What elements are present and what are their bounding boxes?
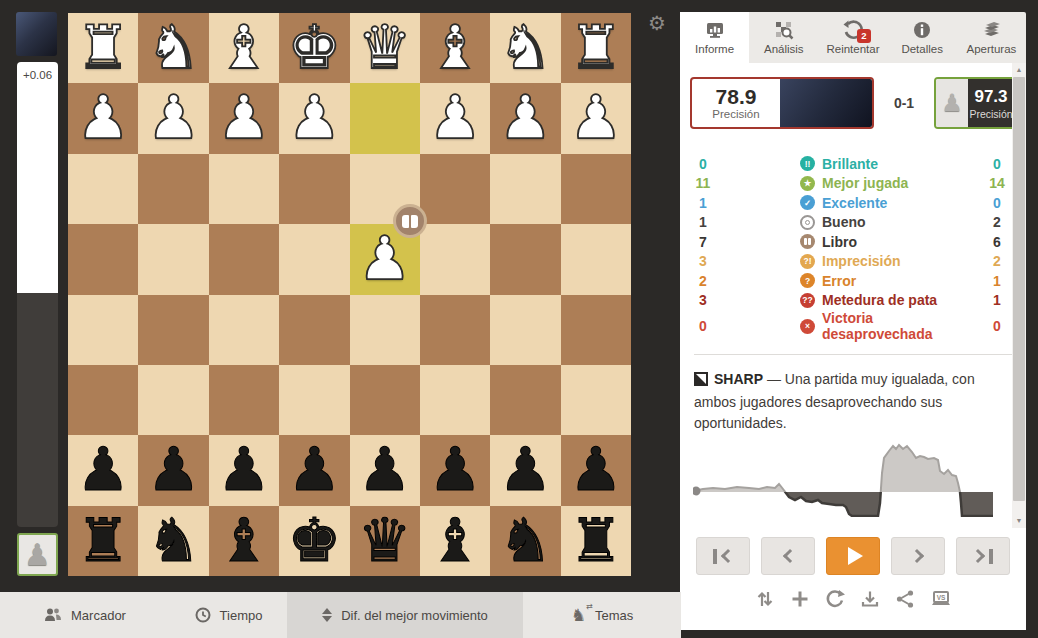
classification-icon: ✓ — [800, 195, 815, 210]
scoreboard-people-icon — [44, 608, 62, 622]
board-square[interactable] — [350, 295, 420, 365]
white-precision-label: Precisión — [712, 108, 759, 120]
classification-label: Libro — [822, 234, 857, 250]
classification-icon: ?? — [800, 293, 815, 308]
evaluation-value: +0.06 — [23, 69, 52, 81]
tab-label: Reintentar — [826, 43, 879, 55]
panel-scrollbar[interactable]: ▲ ▼ — [1012, 63, 1026, 528]
move-navigation — [680, 537, 1026, 575]
board-square[interactable] — [279, 365, 349, 435]
bottom-tab-label: Marcador — [71, 608, 126, 623]
white-piece[interactable]: ♟ — [561, 83, 631, 152]
next-move-button[interactable] — [891, 537, 945, 575]
bottom-tab-temas[interactable]: ♞⇄ Temas — [523, 592, 681, 638]
classification-icon — [800, 215, 815, 230]
white-count: 1 — [690, 214, 716, 230]
previous-move-button[interactable] — [761, 537, 815, 575]
board-square[interactable]: ♟ — [138, 435, 208, 505]
evaluation-bar: +0.06 — [17, 62, 58, 527]
panel-tabs: Informe Análisis 2 Reintentar Detalle — [680, 12, 1026, 63]
white-count: 1 — [690, 195, 716, 211]
action-icons: VS — [680, 589, 1026, 613]
book-icon — [402, 215, 409, 228]
go-to-end-button[interactable] — [956, 537, 1010, 575]
black-precision-value: 97.3 — [974, 86, 1007, 108]
white-player-avatar[interactable] — [16, 12, 57, 56]
board-square[interactable]: ♜ — [561, 13, 631, 83]
go-to-start-button[interactable] — [696, 537, 750, 575]
classification-label: Metedura de pata — [822, 292, 937, 308]
book-move-badge — [393, 204, 427, 238]
board-square[interactable] — [490, 224, 560, 294]
board-square[interactable] — [279, 154, 349, 224]
board-square[interactable] — [490, 154, 560, 224]
white-piece[interactable]: ♟ — [138, 83, 208, 152]
precision-row: 78.9 Precisión 0-1 ♟ 97.3 Precisión — [690, 77, 1016, 129]
black-piece[interactable]: ♟ — [490, 435, 560, 504]
board-square[interactable] — [209, 154, 279, 224]
board-square[interactable] — [420, 224, 490, 294]
board-square[interactable]: ♛ — [350, 506, 420, 576]
tab-label: Aperturas — [966, 43, 1016, 55]
board-square[interactable] — [561, 295, 631, 365]
classification-label: Mejor jugada — [822, 175, 908, 191]
board-square[interactable] — [420, 365, 490, 435]
pawn-icon: ♟ — [24, 540, 51, 570]
sharp-icon — [694, 371, 708, 392]
black-precision-label: Precisión — [969, 108, 1012, 120]
board-square[interactable]: ♝ — [209, 506, 279, 576]
white-piece[interactable]: ♝ — [209, 13, 279, 82]
move-classification-list: 0!!Brillante011★Mejor jugada141✓Excelent… — [680, 154, 1026, 342]
play-vs-computer-icon[interactable]: VS — [930, 589, 952, 613]
scroll-down-arrow[interactable]: ▼ — [1016, 514, 1023, 528]
black-count: 1 — [982, 292, 1012, 308]
white-piece[interactable]: ♞ — [138, 13, 208, 82]
download-icon[interactable] — [860, 589, 880, 613]
svg-text:VS: VS — [936, 594, 945, 601]
board-square[interactable]: ♞ — [490, 506, 560, 576]
white-piece[interactable]: ♜ — [561, 13, 631, 82]
white-precision-card: 78.9 Precisión — [690, 77, 874, 129]
black-piece[interactable]: ♜ — [561, 506, 631, 575]
black-count: 14 — [982, 175, 1012, 191]
board-square[interactable]: ♞ — [138, 13, 208, 83]
white-count: 3 — [690, 253, 716, 269]
board-square[interactable] — [209, 365, 279, 435]
classification-icon: × — [800, 319, 815, 334]
classification-row: 3??Metedura de pata1 — [680, 291, 1026, 311]
white-piece[interactable]: ♞ — [490, 13, 560, 82]
board-square[interactable]: ♛ — [350, 13, 420, 83]
current-move-marker — [693, 487, 701, 496]
classification-row: 7Libro6 — [680, 232, 1026, 252]
white-piece[interactable]: ♟ — [209, 83, 279, 152]
bottom-tab-marcador[interactable]: Marcador — [0, 592, 170, 638]
black-piece[interactable]: ♟ — [561, 435, 631, 504]
black-piece[interactable]: ♟ — [350, 435, 420, 504]
white-count: 2 — [690, 273, 716, 289]
board-square[interactable] — [420, 295, 490, 365]
black-piece[interactable]: ♞ — [490, 506, 560, 575]
black-player-pawn-icon: ♟ — [936, 79, 968, 127]
black-count: 1 — [982, 273, 1012, 289]
scrollbar-thumb[interactable] — [1013, 77, 1025, 501]
bottom-tab-bar: Marcador Tiempo Dif. del mejor movimient… — [0, 592, 681, 638]
board-square[interactable] — [138, 295, 208, 365]
white-precision-value: 78.9 — [716, 86, 757, 108]
white-piece[interactable]: ♝ — [420, 13, 490, 82]
black-player-piece-indicator: ♟ — [17, 533, 58, 576]
retry-icon: 2 — [843, 20, 863, 40]
board-square[interactable] — [350, 83, 420, 153]
clock-icon — [195, 607, 211, 623]
tab-label: Informe — [695, 43, 734, 55]
classification-row: 1Bueno2 — [680, 213, 1026, 233]
bottom-tab-dif-mejor-movimiento[interactable]: Dif. del mejor movimiento — [287, 592, 523, 638]
classification-row: 0×Victoria desaprovechada0 — [680, 310, 1026, 342]
black-piece[interactable]: ♛ — [350, 506, 420, 575]
evaluation-bar-black — [17, 293, 58, 527]
game-result: 0-1 — [874, 95, 934, 111]
board-square[interactable]: ♟ — [209, 83, 279, 153]
board-square[interactable]: ♟ — [561, 435, 631, 505]
tab-detalles[interactable]: Detalles — [888, 12, 957, 63]
black-piece[interactable]: ♟ — [279, 435, 349, 504]
board-square[interactable]: ♟ — [209, 435, 279, 505]
white-piece[interactable]: ♟ — [279, 83, 349, 152]
add-icon[interactable] — [790, 589, 810, 613]
classification-icon: ★ — [800, 176, 815, 191]
white-count: 0 — [690, 318, 716, 334]
tab-informe[interactable]: Informe — [680, 12, 749, 63]
openings-books-icon — [981, 20, 1001, 40]
board-square[interactable]: ♞ — [490, 13, 560, 83]
settings-gear-icon[interactable]: ⚙ — [648, 11, 666, 35]
black-piece[interactable]: ♜ — [68, 506, 138, 575]
classification-label: Victoria desaprovechada — [822, 310, 982, 342]
white-piece[interactable]: ♟ — [68, 83, 138, 152]
info-icon — [912, 20, 932, 40]
board-square[interactable]: ♚ — [279, 506, 349, 576]
black-count: 6 — [982, 234, 1012, 250]
board-square[interactable] — [350, 365, 420, 435]
board-square[interactable]: ♟ — [420, 83, 490, 153]
board-square[interactable] — [138, 224, 208, 294]
flip-board-icon[interactable] — [755, 589, 775, 613]
board-square[interactable] — [420, 154, 490, 224]
board-square[interactable]: ♟ — [279, 435, 349, 505]
classification-label: Error — [822, 273, 856, 289]
tab-label: Análisis — [764, 43, 804, 55]
tab-aperturas[interactable]: Aperturas — [957, 12, 1026, 63]
scroll-up-arrow[interactable]: ▲ — [1016, 63, 1023, 77]
summary-tag: SHARP — [714, 371, 763, 387]
black-count: 0 — [982, 156, 1012, 172]
report-icon — [705, 20, 725, 40]
classification-icon — [800, 234, 815, 249]
board-square[interactable] — [561, 154, 631, 224]
classification-icon: !! — [800, 156, 815, 171]
board-square[interactable]: ♟ — [350, 435, 420, 505]
board-square[interactable] — [279, 295, 349, 365]
chess-analysis-app: +0.06 ♟ ♜♞♝♚♛♝♞♜♟♟♟♟♟♟♟♟♟♟♟♟♟♟♟♟♜♞♝♚♛♝♞♜… — [0, 0, 1038, 638]
board-square[interactable] — [68, 154, 138, 224]
share-icon[interactable] — [895, 589, 915, 613]
bottom-tab-label: Dif. del mejor movimiento — [341, 608, 488, 623]
board-square[interactable] — [68, 295, 138, 365]
black-piece[interactable]: ♞ — [138, 506, 208, 575]
board-square[interactable]: ♚ — [279, 13, 349, 83]
report-scroll-area: 78.9 Precisión 0-1 ♟ 97.3 Precisión — [680, 63, 1026, 528]
black-piece[interactable]: ♚ — [279, 506, 349, 575]
board-square[interactable] — [490, 295, 560, 365]
classification-icon: ?! — [800, 254, 815, 269]
classification-label: Excelente — [822, 195, 887, 211]
panel-body: 78.9 Precisión 0-1 ♟ 97.3 Precisión — [680, 63, 1026, 630]
white-player-photo — [780, 79, 872, 127]
evaluation-bar-white: +0.06 — [17, 62, 58, 293]
board-square[interactable] — [561, 365, 631, 435]
sort-arrows-icon — [322, 608, 332, 622]
white-count: 3 — [690, 292, 716, 308]
board-square[interactable]: ♟ — [420, 435, 490, 505]
white-piece[interactable]: ♚ — [279, 13, 349, 82]
tab-analisis[interactable]: Análisis — [749, 12, 818, 63]
black-count: 0 — [982, 195, 1012, 211]
white-piece[interactable]: ♛ — [350, 13, 420, 82]
board-square[interactable]: ♝ — [420, 13, 490, 83]
board-square[interactable]: ♝ — [420, 506, 490, 576]
black-count: 0 — [982, 318, 1012, 334]
bottom-tab-label: Temas — [595, 608, 633, 623]
black-piece[interactable]: ♟ — [420, 435, 490, 504]
evaluation-graph[interactable] — [693, 443, 1026, 521]
white-count: 7 — [690, 234, 716, 250]
board-square[interactable] — [209, 295, 279, 365]
board-square[interactable] — [138, 365, 208, 435]
black-piece[interactable]: ♟ — [68, 435, 138, 504]
white-count: 11 — [690, 175, 716, 191]
board-square[interactable]: ♝ — [209, 13, 279, 83]
board-square[interactable] — [490, 365, 560, 435]
bottom-tab-label: Tiempo — [220, 608, 263, 623]
classification-row: 1✓Excelente0 — [680, 193, 1026, 213]
black-piece[interactable]: ♟ — [138, 435, 208, 504]
analysis-icon — [774, 20, 794, 40]
classification-label: Bueno — [822, 214, 866, 230]
classification-icon: ? — [800, 273, 815, 288]
black-piece[interactable]: ♝ — [209, 506, 279, 575]
board-square[interactable] — [68, 365, 138, 435]
white-piece[interactable]: ♟ — [490, 83, 560, 152]
classification-row: 0!!Brillante0 — [680, 154, 1026, 174]
tab-reintentar[interactable]: 2 Reintentar — [818, 12, 887, 63]
classification-row: 11★Mejor jugada14 — [680, 174, 1026, 194]
board-square[interactable]: ♟ — [68, 83, 138, 153]
bottom-tab-tiempo[interactable]: Tiempo — [170, 592, 287, 638]
classification-row: 2?Error1 — [680, 271, 1026, 291]
board-square[interactable]: ♟ — [561, 83, 631, 153]
board-square[interactable]: ♟ — [490, 83, 560, 153]
board-square[interactable]: ♟ — [68, 435, 138, 505]
reload-icon[interactable] — [825, 589, 845, 613]
board-square[interactable] — [138, 154, 208, 224]
board-square[interactable]: ♟ — [138, 83, 208, 153]
classification-row: 3?!Imprecisión2 — [680, 252, 1026, 272]
board-square[interactable] — [209, 224, 279, 294]
board-square[interactable]: ♟ — [279, 83, 349, 153]
game-summary: SHARP — Una partida muy igualada, con am… — [680, 355, 1026, 434]
board-square[interactable]: ♜ — [561, 506, 631, 576]
black-piece[interactable]: ♟ — [209, 435, 279, 504]
black-piece[interactable]: ♝ — [420, 506, 490, 575]
board-square[interactable]: ♞ — [138, 506, 208, 576]
play-button[interactable] — [826, 537, 880, 575]
board-square[interactable] — [561, 224, 631, 294]
white-count: 0 — [690, 156, 716, 172]
white-piece[interactable]: ♟ — [420, 83, 490, 152]
black-count: 2 — [982, 253, 1012, 269]
board-square[interactable]: ♟ — [490, 435, 560, 505]
black-precision-card: ♟ 97.3 Precisión — [934, 77, 1016, 129]
white-piece[interactable]: ♜ — [68, 13, 138, 82]
tab-label: Detalles — [901, 43, 943, 55]
classification-label: Brillante — [822, 156, 878, 172]
classification-label: Imprecisión — [822, 253, 901, 269]
board-square[interactable]: ♜ — [68, 506, 138, 576]
chess-board[interactable]: ♜♞♝♚♛♝♞♜♟♟♟♟♟♟♟♟♟♟♟♟♟♟♟♟♜♞♝♚♛♝♞♜ — [68, 13, 631, 576]
black-count: 2 — [982, 214, 1012, 230]
play-icon — [848, 547, 863, 565]
analysis-panel: Informe Análisis 2 Reintentar Detalle — [680, 12, 1026, 630]
board-square[interactable]: ♜ — [68, 13, 138, 83]
retry-count-badge: 2 — [857, 29, 871, 43]
themes-knight-icon: ♞⇄ — [571, 607, 586, 624]
board-square[interactable] — [68, 224, 138, 294]
board-square[interactable] — [279, 224, 349, 294]
